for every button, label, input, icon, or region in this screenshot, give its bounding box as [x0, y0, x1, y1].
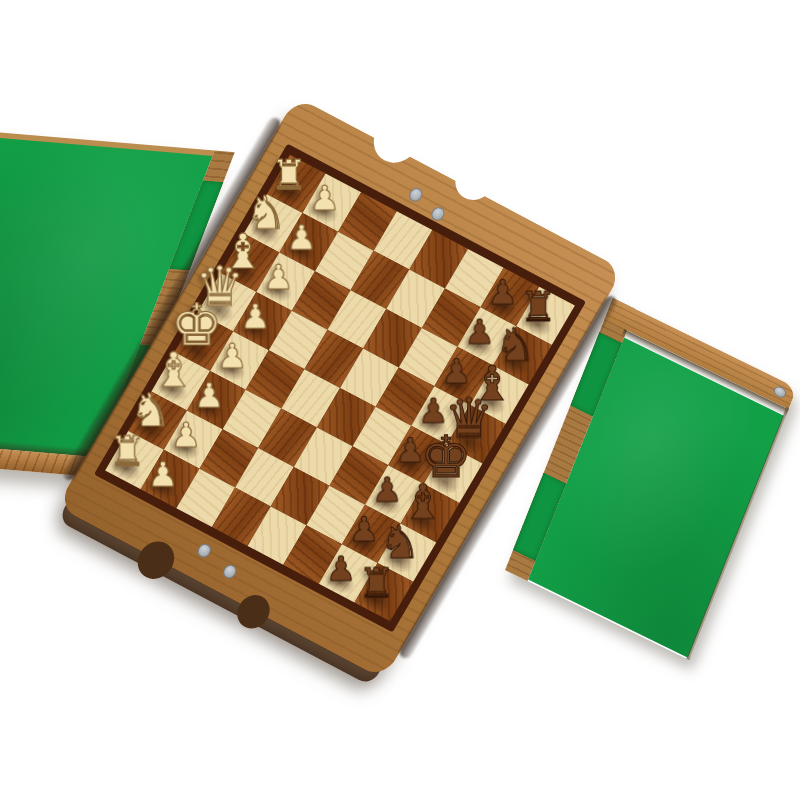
- magnet-dot: [407, 186, 425, 204]
- black-rook-glyph: ♜: [326, 563, 428, 604]
- travel-chess-set-photo: ♜♟♟♜♞♟♟♞♝♟♟♝♛♟♟♛♚♟♟♚♝♟♟♝♞♟♟♞♜♟♟♜: [0, 0, 800, 800]
- white-pawn-glyph: ♟: [112, 457, 214, 491]
- finger-notch-top-2: [448, 151, 504, 207]
- magnet-dot: [195, 542, 213, 560]
- finger-notch-top-1: [365, 107, 429, 171]
- magnet-dot: [221, 563, 239, 581]
